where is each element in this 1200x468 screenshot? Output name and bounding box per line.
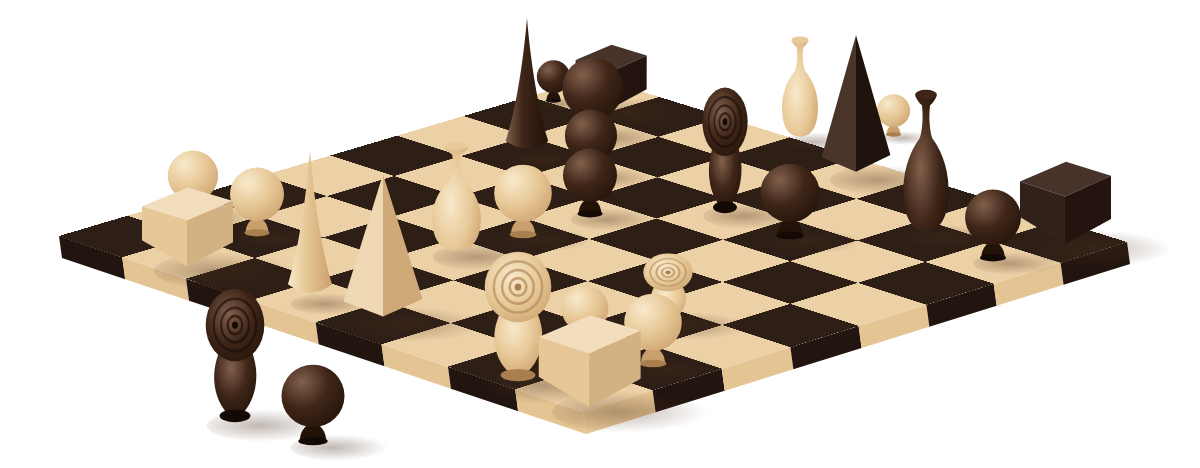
black-pawn[interactable]	[278, 364, 348, 446]
black-king-e8[interactable]	[816, 32, 896, 178]
black-rook-h8[interactable]	[1014, 157, 1114, 247]
black-pawn-h7[interactable]	[962, 189, 1024, 262]
black-knight-e6[interactable]	[691, 85, 759, 215]
black-pawn-d5[interactable]	[560, 148, 620, 218]
white-rook-h1[interactable]	[532, 310, 644, 410]
black-bishop-g7[interactable]	[892, 85, 960, 237]
photo-stage	[0, 0, 1200, 468]
black-pawn-f6[interactable]	[757, 163, 823, 240]
white-rook-b1[interactable]	[136, 183, 236, 269]
black-queen-b6[interactable]	[499, 15, 555, 158]
white-queen-d1[interactable]	[281, 146, 339, 303]
white-bishop-d3[interactable]	[420, 139, 493, 255]
white-pawn-d4[interactable]	[491, 164, 555, 239]
black-knight[interactable]	[191, 286, 279, 424]
white-king-e1[interactable]	[337, 171, 429, 323]
